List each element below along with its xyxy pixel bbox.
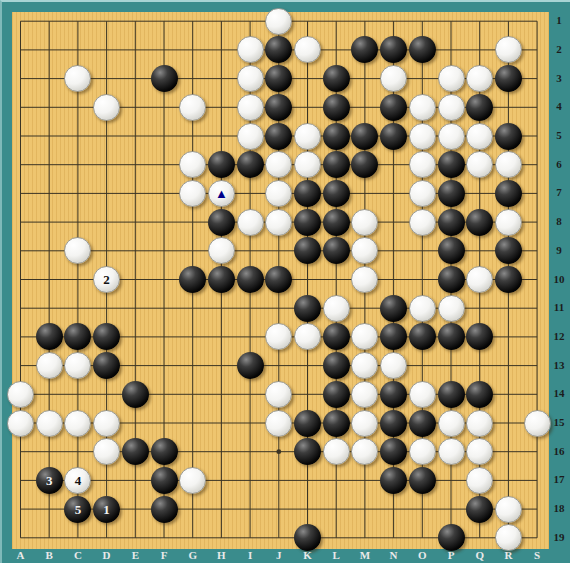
- black-stone-L4: [323, 94, 350, 121]
- black-stone-I6: [237, 151, 264, 178]
- black-stone-L9: [323, 237, 350, 264]
- black-stone-P7: [438, 180, 465, 207]
- white-stone-D4: [93, 94, 120, 121]
- row-label-3: 3: [548, 72, 570, 86]
- column-label-E: E: [126, 549, 144, 561]
- row-label-6: 6: [548, 158, 570, 172]
- black-stone-K15: [294, 410, 321, 437]
- black-stone-R3: [495, 65, 522, 92]
- black-stone-O12: [409, 323, 436, 350]
- white-stone-Q10: [466, 266, 493, 293]
- black-stone-L7: [323, 180, 350, 207]
- white-stone-D10: 2: [93, 266, 120, 293]
- row-label-13: 13: [548, 359, 570, 373]
- white-stone-K5: [294, 123, 321, 150]
- row-label-9: 9: [548, 244, 570, 258]
- row-label-18: 18: [548, 502, 570, 516]
- row-label-19: 19: [548, 531, 570, 545]
- black-stone-P10: [438, 266, 465, 293]
- white-stone-P11: [438, 295, 465, 322]
- black-stone-O2: [409, 36, 436, 63]
- row-label-7: 7: [548, 186, 570, 200]
- black-stone-L14: [323, 381, 350, 408]
- white-stone-M14: [351, 381, 378, 408]
- white-stone-I3: [237, 65, 264, 92]
- black-stone-N5: [380, 123, 407, 150]
- black-stone-H6: [208, 151, 235, 178]
- move-number-label: 3: [46, 474, 53, 487]
- column-label-N: N: [385, 549, 403, 561]
- star-point: [276, 449, 281, 454]
- white-stone-R19: [495, 524, 522, 551]
- row-label-4: 4: [548, 100, 570, 114]
- black-stone-N14: [380, 381, 407, 408]
- black-stone-R9: [495, 237, 522, 264]
- black-stone-N17: [380, 467, 407, 494]
- column-label-H: H: [212, 549, 230, 561]
- white-stone-A15: [7, 410, 34, 437]
- black-stone-Q8: [466, 209, 493, 236]
- white-stone-J14: [265, 381, 292, 408]
- black-stone-R5: [495, 123, 522, 150]
- row-label-16: 16: [548, 445, 570, 459]
- black-stone-H10: [208, 266, 235, 293]
- black-stone-K16: [294, 438, 321, 465]
- column-label-D: D: [98, 549, 116, 561]
- row-label-10: 10: [548, 273, 570, 287]
- white-stone-K6: [294, 151, 321, 178]
- black-stone-L8: [323, 209, 350, 236]
- row-label-15: 15: [548, 416, 570, 430]
- row-label-11: 11: [548, 301, 570, 315]
- white-stone-J7: [265, 180, 292, 207]
- white-stone-I5: [237, 123, 264, 150]
- go-board[interactable]: ▲23451: [12, 12, 549, 549]
- column-label-Q: Q: [471, 549, 489, 561]
- white-stone-O5: [409, 123, 436, 150]
- black-stone-N4: [380, 94, 407, 121]
- black-stone-L13: [323, 352, 350, 379]
- white-stone-R18: [495, 496, 522, 523]
- move-number-label: 4: [75, 474, 82, 487]
- white-stone-D15: [93, 410, 120, 437]
- black-stone-L3: [323, 65, 350, 92]
- white-stone-P5: [438, 123, 465, 150]
- white-stone-N3: [380, 65, 407, 92]
- white-stone-Q15: [466, 410, 493, 437]
- white-stone-O14: [409, 381, 436, 408]
- row-label-12: 12: [548, 330, 570, 344]
- black-stone-R7: [495, 180, 522, 207]
- black-stone-Q4: [466, 94, 493, 121]
- row-label-1: 1: [548, 14, 570, 28]
- black-stone-B17: 3: [36, 467, 63, 494]
- black-stone-F18: [151, 496, 178, 523]
- black-stone-K11: [294, 295, 321, 322]
- black-stone-L12: [323, 323, 350, 350]
- black-stone-C18: 5: [64, 496, 91, 523]
- white-stone-N13: [380, 352, 407, 379]
- triangle-marker: ▲: [215, 187, 228, 200]
- white-stone-G17: [179, 467, 206, 494]
- white-stone-S15: [524, 410, 551, 437]
- black-stone-N11: [380, 295, 407, 322]
- white-stone-I2: [237, 36, 264, 63]
- column-label-B: B: [40, 549, 58, 561]
- row-label-2: 2: [548, 43, 570, 57]
- white-stone-H7: ▲: [208, 180, 235, 207]
- black-stone-K8: [294, 209, 321, 236]
- white-stone-O11: [409, 295, 436, 322]
- black-stone-P9: [438, 237, 465, 264]
- white-stone-L16: [323, 438, 350, 465]
- column-label-M: M: [356, 549, 374, 561]
- black-stone-Q18: [466, 496, 493, 523]
- black-stone-P12: [438, 323, 465, 350]
- white-stone-M15: [351, 410, 378, 437]
- white-stone-O7: [409, 180, 436, 207]
- white-stone-R6: [495, 151, 522, 178]
- white-stone-O6: [409, 151, 436, 178]
- row-label-8: 8: [548, 215, 570, 229]
- black-stone-M5: [351, 123, 378, 150]
- black-stone-F17: [151, 467, 178, 494]
- white-stone-B15: [36, 410, 63, 437]
- black-stone-F3: [151, 65, 178, 92]
- black-stone-K7: [294, 180, 321, 207]
- row-coordinate-labels: 12345678910111213141516171819: [548, 2, 570, 563]
- black-stone-B12: [36, 323, 63, 350]
- black-stone-O15: [409, 410, 436, 437]
- move-number-label: 5: [75, 503, 82, 516]
- column-label-F: F: [155, 549, 173, 561]
- white-stone-O16: [409, 438, 436, 465]
- white-stone-G7: [179, 180, 206, 207]
- black-stone-R10: [495, 266, 522, 293]
- go-game-screenshot: ▲23451 ABCDEFGHIJKLMNOPQRS 1234567891011…: [0, 0, 570, 563]
- white-stone-I4: [237, 94, 264, 121]
- white-stone-H9: [208, 237, 235, 264]
- column-label-J: J: [270, 549, 288, 561]
- column-label-C: C: [69, 549, 87, 561]
- black-stone-L15: [323, 410, 350, 437]
- white-stone-I8: [237, 209, 264, 236]
- column-label-I: I: [241, 549, 259, 561]
- black-stone-I10: [237, 266, 264, 293]
- white-stone-P4: [438, 94, 465, 121]
- black-stone-P14: [438, 381, 465, 408]
- white-stone-B13: [36, 352, 63, 379]
- white-stone-Q5: [466, 123, 493, 150]
- white-stone-O4: [409, 94, 436, 121]
- black-stone-J5: [265, 123, 292, 150]
- move-number-label: 2: [103, 273, 110, 286]
- white-stone-Q17: [466, 467, 493, 494]
- black-stone-L5: [323, 123, 350, 150]
- black-stone-G10: [179, 266, 206, 293]
- black-stone-P19: [438, 524, 465, 551]
- black-stone-Q14: [466, 381, 493, 408]
- white-stone-C15: [64, 410, 91, 437]
- white-stone-P15: [438, 410, 465, 437]
- black-stone-I13: [237, 352, 264, 379]
- white-stone-L11: [323, 295, 350, 322]
- black-stone-O17: [409, 467, 436, 494]
- white-stone-O8: [409, 209, 436, 236]
- white-stone-R8: [495, 209, 522, 236]
- column-label-K: K: [299, 549, 317, 561]
- black-stone-F16: [151, 438, 178, 465]
- column-label-R: R: [499, 549, 517, 561]
- black-stone-P6: [438, 151, 465, 178]
- column-label-L: L: [327, 549, 345, 561]
- move-number-label: 1: [103, 503, 110, 516]
- black-stone-E16: [122, 438, 149, 465]
- black-stone-N15: [380, 410, 407, 437]
- black-stone-D18: 1: [93, 496, 120, 523]
- white-stone-J1: [265, 8, 292, 35]
- black-stone-D13: [93, 352, 120, 379]
- column-label-P: P: [442, 549, 460, 561]
- white-stone-J8: [265, 209, 292, 236]
- column-label-O: O: [413, 549, 431, 561]
- column-label-G: G: [184, 549, 202, 561]
- black-stone-L6: [323, 151, 350, 178]
- column-label-A: A: [12, 549, 30, 561]
- column-coordinate-labels: ABCDEFGHIJKLMNOPQRS: [2, 549, 570, 563]
- row-label-14: 14: [548, 387, 570, 401]
- white-stone-P16: [438, 438, 465, 465]
- white-stone-A14: [7, 381, 34, 408]
- white-stone-P3: [438, 65, 465, 92]
- row-label-17: 17: [548, 473, 570, 487]
- white-stone-J15: [265, 410, 292, 437]
- black-stone-E14: [122, 381, 149, 408]
- row-label-5: 5: [548, 129, 570, 143]
- black-stone-H8: [208, 209, 235, 236]
- black-stone-P8: [438, 209, 465, 236]
- white-stone-M8: [351, 209, 378, 236]
- black-stone-J4: [265, 94, 292, 121]
- white-stone-G4: [179, 94, 206, 121]
- column-label-S: S: [528, 549, 546, 561]
